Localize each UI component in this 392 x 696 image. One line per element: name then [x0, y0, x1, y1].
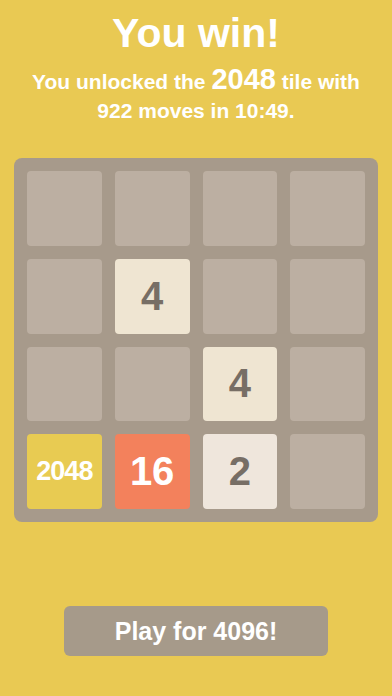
- empty-cell: [27, 259, 102, 334]
- empty-cell: [290, 434, 365, 509]
- tile-2048: 2048: [27, 434, 102, 509]
- subtitle-part1: You unlocked the: [32, 70, 205, 93]
- empty-cell: [290, 347, 365, 422]
- tile-4: 4: [203, 347, 278, 422]
- tile-2: 2: [203, 434, 278, 509]
- empty-cell: [115, 347, 190, 422]
- tile-16: 16: [115, 434, 190, 509]
- subtitle-part2: tile with: [282, 70, 360, 93]
- empty-cell: [27, 171, 102, 246]
- empty-cell: [203, 259, 278, 334]
- empty-cell: [290, 259, 365, 334]
- tile-4: 4: [115, 259, 190, 334]
- empty-cell: [115, 171, 190, 246]
- empty-cell: [290, 171, 365, 246]
- win-title: You win!: [0, 0, 392, 57]
- win-screen: You win! You unlocked the 2048 tile with…: [0, 0, 392, 696]
- subtitle-line2: 922 moves in 10:49.: [97, 99, 294, 122]
- subtitle-unlocked-tile: 2048: [211, 63, 276, 95]
- empty-cell: [203, 171, 278, 246]
- game-board[interactable]: 442048162: [14, 158, 378, 522]
- win-subtitle: You unlocked the 2048 tile with 922 move…: [26, 65, 366, 125]
- empty-cell: [27, 347, 102, 422]
- play-for-4096-button[interactable]: Play for 4096!: [64, 606, 328, 656]
